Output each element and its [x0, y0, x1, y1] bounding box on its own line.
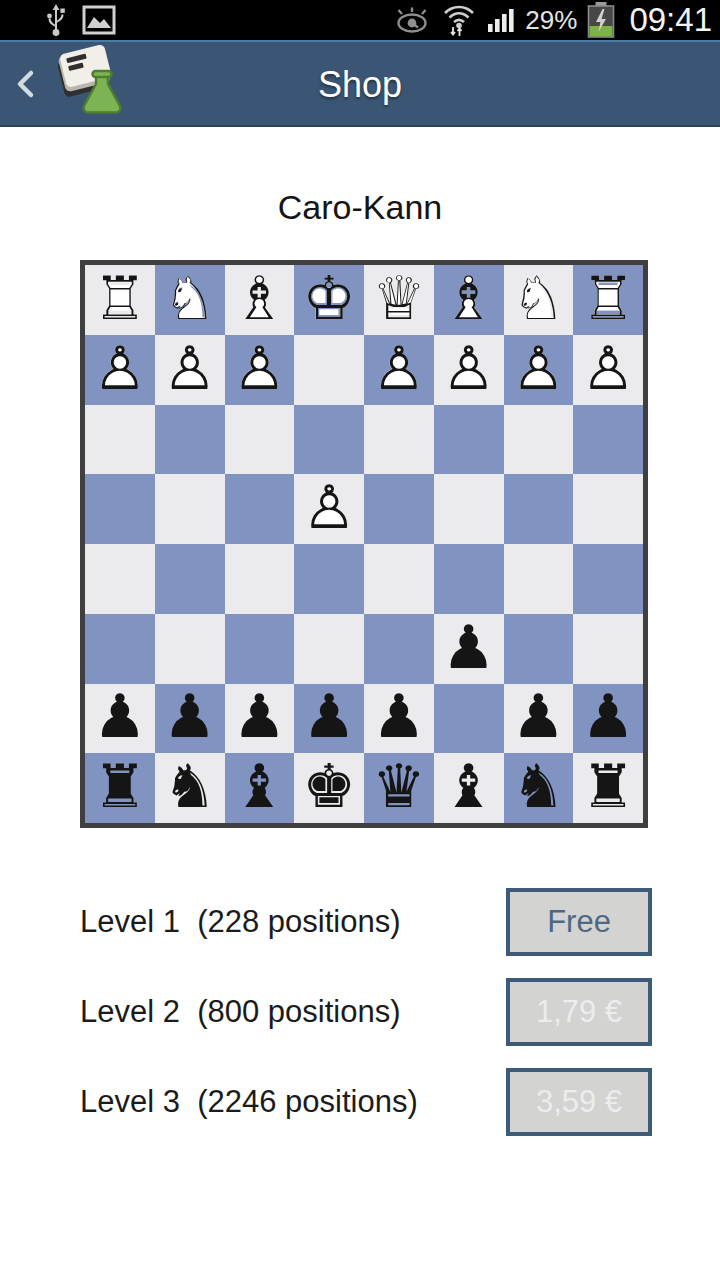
square-a2: ♟♙ — [573, 335, 643, 405]
square-h6 — [85, 614, 155, 684]
square-h2: ♟♙ — [85, 335, 155, 405]
black-pawn: ♟ — [434, 614, 504, 684]
square-b2: ♟♙ — [504, 335, 574, 405]
square-d7: ♟ — [364, 684, 434, 754]
square-e1: ♚♔ — [294, 265, 364, 335]
square-f1: ♝♗ — [225, 265, 295, 335]
square-g8: ♞ — [155, 753, 225, 823]
square-h3 — [85, 405, 155, 475]
app-screen: 29% 09:41 Shop — [0, 0, 720, 1280]
square-b4 — [504, 474, 574, 544]
level-2-buy-button[interactable]: 1,79 € — [506, 978, 652, 1046]
square-d4 — [364, 474, 434, 544]
black-rook: ♜ — [85, 753, 155, 823]
wifi-icon — [441, 3, 477, 37]
square-b5 — [504, 544, 574, 614]
square-e7: ♟ — [294, 684, 364, 754]
status-clock: 09:41 — [629, 1, 712, 39]
square-a6 — [573, 614, 643, 684]
square-b8: ♞ — [504, 753, 574, 823]
back-button[interactable] — [14, 48, 132, 120]
black-king: ♚ — [294, 753, 364, 823]
square-c5 — [434, 544, 504, 614]
white-bishop: ♝♗ — [225, 265, 295, 335]
square-c3 — [434, 405, 504, 475]
white-queen: ♛♕ — [364, 265, 434, 335]
square-h8: ♜ — [85, 753, 155, 823]
square-h4 — [85, 474, 155, 544]
square-d5 — [364, 544, 434, 614]
app-book-flask-icon — [44, 42, 132, 126]
black-bishop: ♝ — [434, 753, 504, 823]
black-bishop: ♝ — [225, 753, 295, 823]
square-e5 — [294, 544, 364, 614]
square-c7 — [434, 684, 504, 754]
smart-stay-eye-icon — [393, 6, 431, 34]
square-b3 — [504, 405, 574, 475]
square-g1: ♞♘ — [155, 265, 225, 335]
level-1-label: Level 1 (228 positions) — [80, 904, 401, 940]
white-pawn: ♟♙ — [504, 335, 574, 405]
white-bishop: ♝♗ — [434, 265, 504, 335]
square-g3 — [155, 405, 225, 475]
square-b1: ♞♘ — [504, 265, 574, 335]
square-g6 — [155, 614, 225, 684]
square-e8: ♚ — [294, 753, 364, 823]
square-e2 — [294, 335, 364, 405]
square-f2: ♟♙ — [225, 335, 295, 405]
level-2-label: Level 2 (800 positions) — [80, 994, 401, 1030]
white-rook: ♜♖ — [573, 265, 643, 335]
white-pawn: ♟♙ — [434, 335, 504, 405]
square-a1: ♜♖ — [573, 265, 643, 335]
square-f5 — [225, 544, 295, 614]
black-knight: ♞ — [504, 753, 574, 823]
level-1-row: Level 1 (228 positions) Free — [0, 888, 720, 956]
square-e6 — [294, 614, 364, 684]
signal-icon — [487, 7, 515, 33]
black-pawn: ♟ — [504, 684, 574, 754]
status-bar: 29% 09:41 — [0, 0, 720, 40]
square-a8: ♜ — [573, 753, 643, 823]
white-pawn: ♟♙ — [294, 474, 364, 544]
square-a4 — [573, 474, 643, 544]
square-g4 — [155, 474, 225, 544]
square-c1: ♝♗ — [434, 265, 504, 335]
square-f3 — [225, 405, 295, 475]
square-g2: ♟♙ — [155, 335, 225, 405]
square-c4 — [434, 474, 504, 544]
square-g5 — [155, 544, 225, 614]
action-bar: Shop — [0, 40, 720, 127]
gallery-icon — [82, 5, 116, 35]
white-king: ♚♔ — [294, 265, 364, 335]
square-a5 — [573, 544, 643, 614]
chevron-left-icon — [14, 64, 36, 104]
square-c6: ♟ — [434, 614, 504, 684]
white-rook: ♜♖ — [85, 265, 155, 335]
level-3-buy-button[interactable]: 3,59 € — [506, 1068, 652, 1136]
square-b7: ♟ — [504, 684, 574, 754]
black-queen: ♛ — [364, 753, 434, 823]
square-d3 — [364, 405, 434, 475]
battery-charging-icon — [587, 2, 615, 38]
square-f7: ♟ — [225, 684, 295, 754]
black-pawn: ♟ — [225, 684, 295, 754]
opening-title: Caro-Kann — [0, 188, 720, 227]
square-c2: ♟♙ — [434, 335, 504, 405]
square-d1: ♛♕ — [364, 265, 434, 335]
white-pawn: ♟♙ — [225, 335, 295, 405]
white-pawn: ♟♙ — [155, 335, 225, 405]
square-a3 — [573, 405, 643, 475]
square-d6 — [364, 614, 434, 684]
black-pawn: ♟ — [294, 684, 364, 754]
square-d8: ♛ — [364, 753, 434, 823]
square-h5 — [85, 544, 155, 614]
square-f4 — [225, 474, 295, 544]
square-h1: ♜♖ — [85, 265, 155, 335]
square-g7: ♟ — [155, 684, 225, 754]
square-c8: ♝ — [434, 753, 504, 823]
level-3-label: Level 3 (2246 positions) — [80, 1084, 418, 1120]
chess-board: ♜♖♞♘♝♗♚♔♛♕♝♗♞♘♜♖♟♙♟♙♟♙♟♙♟♙♟♙♟♙♟♙♟♟♟♟♟♟♟♟… — [80, 260, 648, 828]
square-e3 — [294, 405, 364, 475]
square-f6 — [225, 614, 295, 684]
black-knight: ♞ — [155, 753, 225, 823]
square-a7: ♟ — [573, 684, 643, 754]
level-3-row: Level 3 (2246 positions) 3,59 € — [0, 1068, 720, 1136]
white-knight: ♞♘ — [155, 265, 225, 335]
black-pawn: ♟ — [364, 684, 434, 754]
white-pawn: ♟♙ — [364, 335, 434, 405]
square-b6 — [504, 614, 574, 684]
level-1-buy-button[interactable]: Free — [506, 888, 652, 956]
square-h7: ♟ — [85, 684, 155, 754]
black-pawn: ♟ — [573, 684, 643, 754]
black-rook: ♜ — [573, 753, 643, 823]
battery-percent: 29% — [525, 5, 577, 36]
black-pawn: ♟ — [155, 684, 225, 754]
usb-icon — [46, 3, 66, 37]
square-d2: ♟♙ — [364, 335, 434, 405]
white-pawn: ♟♙ — [573, 335, 643, 405]
white-knight: ♞♘ — [504, 265, 574, 335]
square-f8: ♝ — [225, 753, 295, 823]
black-pawn: ♟ — [85, 684, 155, 754]
white-pawn: ♟♙ — [85, 335, 155, 405]
level-2-row: Level 2 (800 positions) 1,79 € — [0, 978, 720, 1046]
square-e4: ♟♙ — [294, 474, 364, 544]
